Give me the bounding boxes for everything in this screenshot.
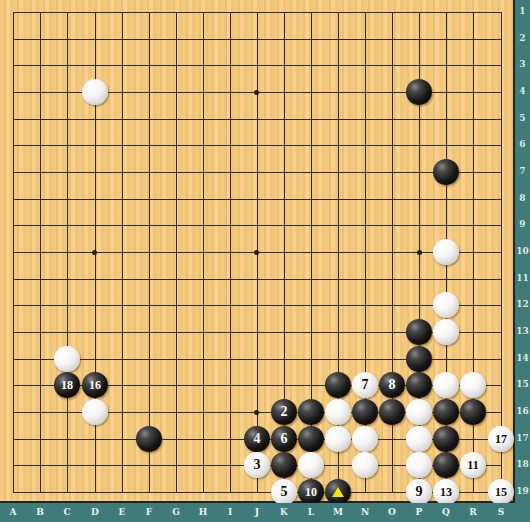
- stone-white-P18[interactable]: [406, 452, 432, 478]
- grid-line-horizontal: [13, 305, 501, 306]
- move-number: 10: [305, 486, 317, 498]
- star-point: [254, 410, 259, 415]
- col-label-B: B: [33, 507, 47, 517]
- move-number: 5: [281, 485, 288, 499]
- row-label-15: 15: [515, 379, 530, 389]
- stone-black-N16[interactable]: [352, 399, 378, 425]
- row-label-14: 14: [515, 353, 530, 363]
- stone-white-P16[interactable]: [406, 399, 432, 425]
- stone-white-Q19[interactable]: 13: [433, 479, 459, 505]
- stone-black-F17[interactable]: [136, 426, 162, 452]
- col-label-G: G: [169, 507, 183, 517]
- row-label-16: 16: [515, 406, 530, 416]
- star-point: [417, 250, 422, 255]
- stone-white-J18[interactable]: 3: [244, 452, 270, 478]
- stone-black-P13[interactable]: [406, 319, 432, 345]
- stone-black-J17[interactable]: 4: [244, 426, 270, 452]
- stone-white-K19[interactable]: 5: [271, 479, 297, 505]
- col-label-C: C: [60, 507, 74, 517]
- col-label-I: I: [223, 507, 237, 517]
- grid-line-horizontal: [13, 279, 501, 280]
- row-label-7: 7: [515, 166, 530, 176]
- star-point: [254, 90, 259, 95]
- move-number: 2: [281, 405, 288, 419]
- col-label-M: M: [331, 507, 345, 517]
- stone-white-S19[interactable]: 15: [488, 479, 514, 505]
- stone-black-K18[interactable]: [271, 452, 297, 478]
- stone-black-R16[interactable]: [460, 399, 486, 425]
- stone-white-N18[interactable]: [352, 452, 378, 478]
- move-number: 7: [362, 378, 369, 392]
- stone-black-K16[interactable]: 2: [271, 399, 297, 425]
- stone-white-D16[interactable]: [82, 399, 108, 425]
- stone-white-D4[interactable]: [82, 79, 108, 105]
- move-number: 8: [389, 378, 396, 392]
- col-label-O: O: [385, 507, 399, 517]
- col-label-D: D: [88, 507, 102, 517]
- stone-black-Q17[interactable]: [433, 426, 459, 452]
- col-label-A: A: [6, 507, 20, 517]
- stone-black-D15[interactable]: 16: [82, 372, 108, 398]
- col-label-F: F: [142, 507, 156, 517]
- stone-black-P4[interactable]: [406, 79, 432, 105]
- stone-white-L18[interactable]: [298, 452, 324, 478]
- row-label-9: 9: [515, 219, 530, 229]
- stone-white-S17[interactable]: 17: [488, 426, 514, 452]
- move-number: 18: [61, 379, 73, 391]
- stone-white-Q13[interactable]: [433, 319, 459, 345]
- row-label-5: 5: [515, 113, 530, 123]
- col-label-Q: Q: [439, 507, 453, 517]
- stone-black-Q16[interactable]: [433, 399, 459, 425]
- stone-white-N15[interactable]: 7: [352, 372, 378, 398]
- stone-black-L19[interactable]: 10: [298, 479, 324, 505]
- stone-black-P15[interactable]: [406, 372, 432, 398]
- go-diagram: 1816782461731151091315 12345678910111213…: [0, 0, 530, 522]
- stone-black-O15[interactable]: 8: [379, 372, 405, 398]
- col-label-E: E: [115, 507, 129, 517]
- row-label-2: 2: [515, 33, 530, 43]
- grid-line-vertical: [501, 12, 502, 493]
- row-label-12: 12: [515, 299, 530, 309]
- stone-black-O16[interactable]: [379, 399, 405, 425]
- stone-white-R18[interactable]: 11: [460, 452, 486, 478]
- col-label-S: S: [494, 507, 508, 517]
- move-number: 6: [281, 432, 288, 446]
- row-label-13: 13: [515, 326, 530, 336]
- move-number: 17: [495, 433, 507, 445]
- stone-black-L17[interactable]: [298, 426, 324, 452]
- star-point: [254, 250, 259, 255]
- triangle-marker: [332, 487, 344, 497]
- stone-white-N17[interactable]: [352, 426, 378, 452]
- stone-white-Q10[interactable]: [433, 239, 459, 265]
- stone-white-P17[interactable]: [406, 426, 432, 452]
- move-number: 9: [416, 485, 423, 499]
- stone-black-Q18[interactable]: [433, 452, 459, 478]
- stone-white-Q15[interactable]: [433, 372, 459, 398]
- stone-black-P14[interactable]: [406, 346, 432, 372]
- row-label-3: 3: [515, 59, 530, 69]
- move-number: 15: [495, 486, 507, 498]
- stone-white-M17[interactable]: [325, 426, 351, 452]
- col-label-R: R: [466, 507, 480, 517]
- move-number: 13: [440, 486, 452, 498]
- col-label-H: H: [196, 507, 210, 517]
- go-board[interactable]: 1816782461731151091315: [0, 0, 515, 503]
- row-label-8: 8: [515, 193, 530, 203]
- column-coordinate-bar: ABCDEFGHIJKLMNOPQRS: [0, 503, 530, 522]
- row-label-17: 17: [515, 433, 530, 443]
- stone-black-Q7[interactable]: [433, 159, 459, 185]
- col-label-N: N: [358, 507, 372, 517]
- row-label-19: 19: [515, 486, 530, 496]
- row-label-11: 11: [515, 273, 530, 283]
- col-label-J: J: [250, 507, 264, 517]
- stone-white-P19[interactable]: 9: [406, 479, 432, 505]
- row-label-4: 4: [515, 86, 530, 96]
- stone-white-Q12[interactable]: [433, 292, 459, 318]
- stone-white-M16[interactable]: [325, 399, 351, 425]
- move-number: 11: [467, 459, 478, 471]
- stone-black-C15[interactable]: 18: [54, 372, 80, 398]
- stone-black-M15[interactable]: [325, 372, 351, 398]
- col-label-K: K: [277, 507, 291, 517]
- row-label-1: 1: [515, 6, 530, 16]
- move-number: 16: [89, 379, 101, 391]
- stone-black-M19[interactable]: [325, 479, 351, 505]
- star-point: [92, 250, 97, 255]
- stone-black-L16[interactable]: [298, 399, 324, 425]
- move-number: 3: [254, 458, 261, 472]
- col-label-P: P: [412, 507, 426, 517]
- row-label-18: 18: [515, 459, 530, 469]
- row-coordinate-bar: 12345678910111213141516171819: [515, 0, 530, 522]
- stone-white-R15[interactable]: [460, 372, 486, 398]
- stone-black-K17[interactable]: 6: [271, 426, 297, 452]
- stone-white-C14[interactable]: [54, 346, 80, 372]
- row-label-6: 6: [515, 139, 530, 149]
- move-number: 4: [254, 432, 261, 446]
- col-label-L: L: [304, 507, 318, 517]
- row-label-10: 10: [515, 246, 530, 256]
